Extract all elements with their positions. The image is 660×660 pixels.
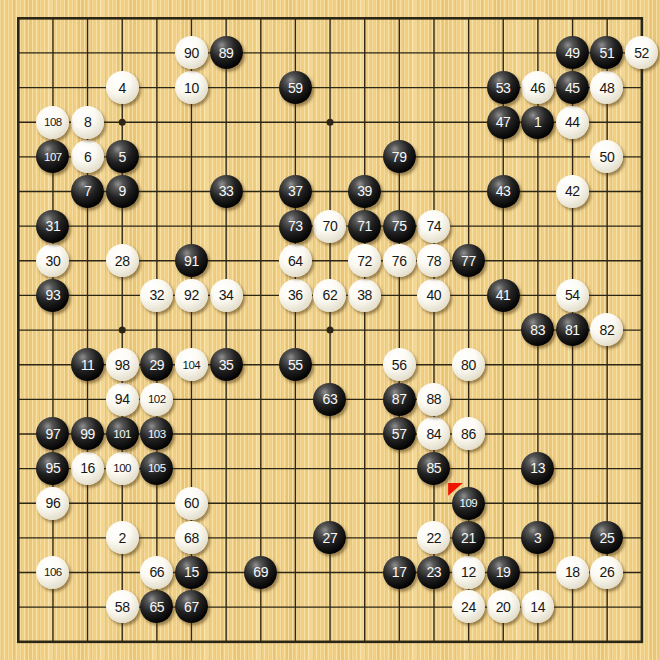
stone-black-71: 71 bbox=[348, 210, 381, 243]
stone-black-15: 15 bbox=[175, 556, 208, 589]
stone-black-85: 85 bbox=[417, 452, 450, 485]
stone-black-51: 51 bbox=[590, 36, 623, 69]
stone-black-33: 33 bbox=[210, 175, 243, 208]
stone-white-54: 54 bbox=[556, 279, 589, 312]
stone-white-10: 10 bbox=[175, 71, 208, 104]
stone-black-73: 73 bbox=[279, 210, 312, 243]
stone-black-55: 55 bbox=[279, 348, 312, 381]
stone-white-108: 108 bbox=[36, 106, 69, 139]
stone-white-16: 16 bbox=[71, 452, 104, 485]
stone-black-107: 107 bbox=[36, 140, 69, 173]
stone-white-100: 100 bbox=[106, 452, 139, 485]
stone-black-63: 63 bbox=[313, 383, 346, 416]
stone-black-19: 19 bbox=[487, 556, 520, 589]
stone-white-64: 64 bbox=[279, 244, 312, 277]
stone-white-2: 2 bbox=[106, 521, 139, 554]
stone-black-9: 9 bbox=[106, 175, 139, 208]
stone-black-83: 83 bbox=[521, 313, 554, 346]
stone-black-77: 77 bbox=[452, 244, 485, 277]
stone-black-87: 87 bbox=[383, 383, 416, 416]
stone-black-5: 5 bbox=[106, 140, 139, 173]
stone-black-59: 59 bbox=[279, 71, 312, 104]
stone-white-96: 96 bbox=[36, 487, 69, 520]
stone-white-6: 6 bbox=[71, 140, 104, 173]
stone-black-35: 35 bbox=[210, 348, 243, 381]
stone-white-86: 86 bbox=[452, 417, 485, 450]
stone-white-60: 60 bbox=[175, 487, 208, 520]
stone-white-84: 84 bbox=[417, 417, 450, 450]
stone-white-38: 38 bbox=[348, 279, 381, 312]
stone-white-80: 80 bbox=[452, 348, 485, 381]
stone-black-103: 103 bbox=[140, 417, 173, 450]
stone-black-91: 91 bbox=[175, 244, 208, 277]
stone-black-97: 97 bbox=[36, 417, 69, 450]
stone-white-50: 50 bbox=[590, 140, 623, 173]
stone-white-42: 42 bbox=[556, 175, 589, 208]
stone-black-75: 75 bbox=[383, 210, 416, 243]
stone-black-23: 23 bbox=[417, 556, 450, 589]
stone-black-101: 101 bbox=[106, 417, 139, 450]
stone-black-17: 17 bbox=[383, 556, 416, 589]
stone-white-98: 98 bbox=[106, 348, 139, 381]
stone-black-41: 41 bbox=[487, 279, 520, 312]
stone-white-106: 106 bbox=[36, 556, 69, 589]
stone-black-93: 93 bbox=[36, 279, 69, 312]
stone-black-79: 79 bbox=[383, 140, 416, 173]
stone-white-56: 56 bbox=[383, 348, 416, 381]
stone-black-105: 105 bbox=[140, 452, 173, 485]
stone-white-40: 40 bbox=[417, 279, 450, 312]
stone-black-29: 29 bbox=[140, 348, 173, 381]
stone-white-52: 52 bbox=[625, 36, 658, 69]
stone-white-72: 72 bbox=[348, 244, 381, 277]
stone-white-46: 46 bbox=[521, 71, 554, 104]
stone-white-90: 90 bbox=[175, 36, 208, 69]
stone-black-49: 49 bbox=[556, 36, 589, 69]
stone-white-18: 18 bbox=[556, 556, 589, 589]
stone-white-48: 48 bbox=[590, 71, 623, 104]
stone-white-12: 12 bbox=[452, 556, 485, 589]
stone-black-65: 65 bbox=[140, 590, 173, 623]
stone-black-37: 37 bbox=[279, 175, 312, 208]
stone-white-94: 94 bbox=[106, 383, 139, 416]
stone-white-4: 4 bbox=[106, 71, 139, 104]
stone-white-24: 24 bbox=[452, 590, 485, 623]
stone-white-34: 34 bbox=[210, 279, 243, 312]
stone-black-81: 81 bbox=[556, 313, 589, 346]
go-board-screenshot: 1234567891011121314151617181920212223242… bbox=[0, 0, 660, 660]
stone-white-88: 88 bbox=[417, 383, 450, 416]
stone-white-66: 66 bbox=[140, 556, 173, 589]
stone-black-99: 99 bbox=[71, 417, 104, 450]
stone-white-62: 62 bbox=[313, 279, 346, 312]
stone-white-102: 102 bbox=[140, 383, 173, 416]
stone-black-25: 25 bbox=[590, 521, 623, 554]
stone-white-78: 78 bbox=[417, 244, 450, 277]
stone-black-27: 27 bbox=[313, 521, 346, 554]
stone-white-8: 8 bbox=[71, 106, 104, 139]
stone-black-89: 89 bbox=[210, 36, 243, 69]
stone-white-32: 32 bbox=[140, 279, 173, 312]
stone-white-82: 82 bbox=[590, 313, 623, 346]
go-board[interactable]: 1234567891011121314151617181920212223242… bbox=[1, 1, 659, 659]
stone-white-104: 104 bbox=[175, 348, 208, 381]
stone-black-13: 13 bbox=[521, 452, 554, 485]
stone-black-31: 31 bbox=[36, 210, 69, 243]
stone-white-76: 76 bbox=[383, 244, 416, 277]
stone-white-44: 44 bbox=[556, 106, 589, 139]
stone-black-95: 95 bbox=[36, 452, 69, 485]
stone-white-26: 26 bbox=[590, 556, 623, 589]
stone-white-74: 74 bbox=[417, 210, 450, 243]
stone-black-69: 69 bbox=[244, 556, 277, 589]
stone-black-109: 109 bbox=[452, 487, 485, 520]
stone-black-1: 1 bbox=[521, 106, 554, 139]
stone-white-70: 70 bbox=[313, 210, 346, 243]
stone-black-57: 57 bbox=[383, 417, 416, 450]
stone-black-47: 47 bbox=[487, 106, 520, 139]
stone-white-30: 30 bbox=[36, 244, 69, 277]
stone-white-28: 28 bbox=[106, 244, 139, 277]
stone-black-21: 21 bbox=[452, 521, 485, 554]
stone-black-67: 67 bbox=[175, 590, 208, 623]
stone-white-68: 68 bbox=[175, 521, 208, 554]
stone-black-53: 53 bbox=[487, 71, 520, 104]
stone-black-43: 43 bbox=[487, 175, 520, 208]
stone-black-39: 39 bbox=[348, 175, 381, 208]
stone-white-36: 36 bbox=[279, 279, 312, 312]
stone-white-22: 22 bbox=[417, 521, 450, 554]
stone-black-7: 7 bbox=[71, 175, 104, 208]
stone-black-11: 11 bbox=[71, 348, 104, 381]
stone-white-14: 14 bbox=[521, 590, 554, 623]
stone-white-92: 92 bbox=[175, 279, 208, 312]
stone-white-58: 58 bbox=[106, 590, 139, 623]
stone-black-45: 45 bbox=[556, 71, 589, 104]
stone-black-3: 3 bbox=[521, 521, 554, 554]
stone-white-20: 20 bbox=[487, 590, 520, 623]
